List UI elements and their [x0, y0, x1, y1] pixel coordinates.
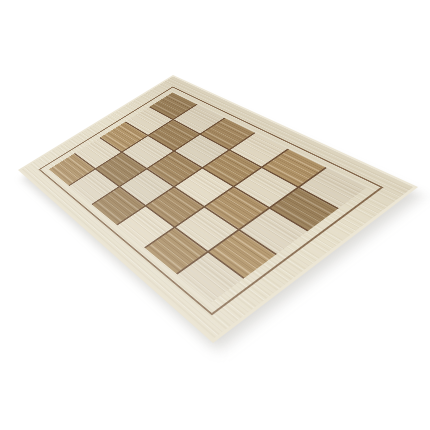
- rug-product-photo: [0, 0, 430, 430]
- checkerboard-rug: [18, 75, 418, 343]
